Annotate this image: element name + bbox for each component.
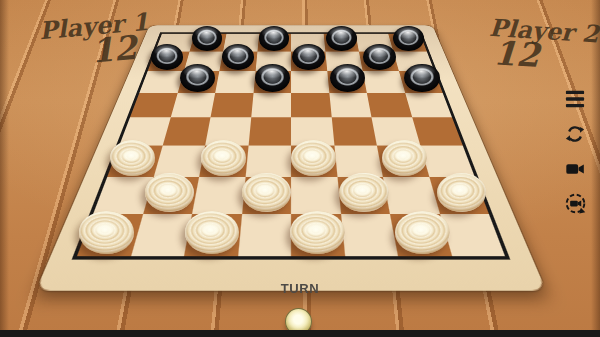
board-square[interactable] [162, 117, 210, 145]
checker-piece-light[interactable] [145, 173, 195, 213]
board-square[interactable] [211, 93, 254, 118]
player1-panel: Player 1 12 [4, 10, 152, 75]
rotate-camera-button[interactable] [563, 194, 587, 216]
board-square[interactable] [412, 117, 463, 145]
game-screen: Player 1 12 Player 2 12 TURN [0, 0, 600, 337]
board-square[interactable] [248, 117, 291, 145]
board-square[interactable] [131, 214, 193, 257]
board-square[interactable] [291, 177, 340, 214]
board-square[interactable] [238, 214, 291, 257]
board-square[interactable] [331, 117, 377, 145]
checker-piece-dark[interactable] [393, 26, 424, 51]
board-square[interactable] [192, 177, 245, 214]
menu-icon [564, 89, 586, 112]
menu-button[interactable] [563, 89, 587, 111]
video-camera-icon [565, 160, 586, 181]
video-camera-button[interactable] [563, 159, 587, 181]
player2-panel: Player 2 12 [449, 14, 600, 76]
board-square[interactable] [405, 93, 452, 118]
checker-piece-light[interactable] [395, 211, 450, 255]
board-square[interactable] [329, 93, 372, 118]
restart-button[interactable] [563, 124, 587, 146]
board-square[interactable] [291, 71, 329, 93]
turn-label: TURN [0, 281, 600, 296]
board-square[interactable] [420, 145, 475, 177]
checker-piece-light[interactable] [110, 140, 155, 176]
checker-piece-dark[interactable] [180, 64, 215, 92]
checker-piece-dark[interactable] [259, 26, 290, 51]
board-square[interactable] [170, 93, 215, 118]
board-square[interactable] [334, 145, 383, 177]
bottom-black-bar [0, 330, 600, 337]
board-square[interactable] [215, 71, 255, 93]
checker-piece-light[interactable] [290, 211, 345, 255]
checker-piece-light[interactable] [382, 140, 427, 176]
checker-piece-light[interactable] [291, 140, 336, 176]
board-square[interactable] [340, 214, 398, 257]
checker-piece-light[interactable] [201, 140, 246, 176]
checker-piece-dark[interactable] [404, 64, 439, 92]
checker-piece-dark[interactable] [192, 26, 223, 51]
restart-icon [565, 124, 585, 147]
checker-piece-dark[interactable] [330, 64, 365, 92]
checker-piece-light[interactable] [437, 173, 487, 213]
checker-piece-dark[interactable] [255, 64, 290, 92]
board-square[interactable] [291, 93, 331, 118]
checker-piece-dark[interactable] [363, 44, 396, 70]
checker-piece-dark[interactable] [326, 26, 357, 51]
rotate-camera-icon [564, 192, 587, 218]
checker-piece-light[interactable] [339, 173, 389, 213]
toolbar [563, 89, 587, 216]
board-square[interactable] [139, 71, 183, 93]
board-square[interactable] [251, 93, 291, 118]
board-square[interactable] [153, 145, 205, 177]
